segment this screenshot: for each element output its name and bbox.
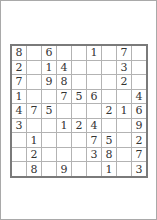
sudoku-cell-r7c8[interactable] <box>117 133 131 147</box>
sudoku-cell-r5c5[interactable] <box>72 104 86 118</box>
sudoku-cell-r5c8: 1 <box>117 104 131 118</box>
sudoku-cell-r9c6[interactable] <box>87 162 101 176</box>
sudoku-cell-r2c6[interactable] <box>87 61 101 75</box>
sudoku-cell-r5c2: 7 <box>27 104 41 118</box>
sudoku-cell-r1c6: 1 <box>87 46 101 60</box>
puzzle-page: 8617214379821756447521631249175223878913 <box>0 0 157 220</box>
sudoku-cell-r8c7: 8 <box>102 148 116 162</box>
sudoku-cell-r1c7[interactable] <box>102 46 116 60</box>
sudoku-cell-r7c9: 2 <box>132 133 146 147</box>
sudoku-cell-r9c4: 9 <box>57 162 71 176</box>
sudoku-cell-r5c1: 4 <box>12 104 26 118</box>
sudoku-cell-r7c7: 5 <box>102 133 116 147</box>
sudoku-cell-r7c1[interactable] <box>12 133 26 147</box>
sudoku-cell-r9c5[interactable] <box>72 162 86 176</box>
sudoku-cell-r6c6: 4 <box>87 119 101 133</box>
sudoku-cell-r7c5[interactable] <box>72 133 86 147</box>
sudoku-cell-r4c4: 7 <box>57 90 71 104</box>
sudoku-cell-r4c2[interactable] <box>27 90 41 104</box>
sudoku-cell-r2c3: 1 <box>42 61 56 75</box>
sudoku-cell-r4c6: 6 <box>87 90 101 104</box>
sudoku-cell-r7c2: 1 <box>27 133 41 147</box>
sudoku-cell-r7c6: 7 <box>87 133 101 147</box>
sudoku-cell-r1c4[interactable] <box>57 46 71 60</box>
sudoku-cell-r5c4[interactable] <box>57 104 71 118</box>
sudoku-cell-r4c7[interactable] <box>102 90 116 104</box>
sudoku-cell-r6c7[interactable] <box>102 119 116 133</box>
sudoku-cell-r3c8: 2 <box>117 75 131 89</box>
sudoku-cell-r8c4[interactable] <box>57 148 71 162</box>
sudoku-cell-r2c7[interactable] <box>102 61 116 75</box>
sudoku-cell-r4c8[interactable] <box>117 90 131 104</box>
sudoku-cell-r1c5[interactable] <box>72 46 86 60</box>
sudoku-cell-r2c1: 2 <box>12 61 26 75</box>
sudoku-cell-r3c4: 8 <box>57 75 71 89</box>
sudoku-cell-r2c8: 3 <box>117 61 131 75</box>
sudoku-cell-r2c2[interactable] <box>27 61 41 75</box>
sudoku-cell-r1c8: 7 <box>117 46 131 60</box>
sudoku-cell-r6c4: 1 <box>57 119 71 133</box>
sudoku-cell-r6c2[interactable] <box>27 119 41 133</box>
sudoku-cell-r5c9: 6 <box>132 104 146 118</box>
sudoku-cell-r9c7: 1 <box>102 162 116 176</box>
sudoku-cell-r9c1[interactable] <box>12 162 26 176</box>
sudoku-cell-r8c9: 7 <box>132 148 146 162</box>
sudoku-cell-r6c1: 3 <box>12 119 26 133</box>
sudoku-cell-r8c1[interactable] <box>12 148 26 162</box>
sudoku-cell-r2c5[interactable] <box>72 61 86 75</box>
sudoku-cell-r8c5[interactable] <box>72 148 86 162</box>
sudoku-cell-r8c8[interactable] <box>117 148 131 162</box>
sudoku-cell-r2c4: 4 <box>57 61 71 75</box>
sudoku-cell-r1c1: 8 <box>12 46 26 60</box>
sudoku-cell-r3c3: 9 <box>42 75 56 89</box>
sudoku-cell-r4c1: 1 <box>12 90 26 104</box>
sudoku-cell-r4c9: 4 <box>132 90 146 104</box>
sudoku-cell-r2c9[interactable] <box>132 61 146 75</box>
sudoku-cell-r5c6[interactable] <box>87 104 101 118</box>
sudoku-cell-r9c3[interactable] <box>42 162 56 176</box>
sudoku-cell-r6c5: 2 <box>72 119 86 133</box>
sudoku-cell-r5c3: 5 <box>42 104 56 118</box>
sudoku-cell-r1c2[interactable] <box>27 46 41 60</box>
sudoku-cell-r3c5[interactable] <box>72 75 86 89</box>
sudoku-cell-r9c8[interactable] <box>117 162 131 176</box>
sudoku-cell-r3c7[interactable] <box>102 75 116 89</box>
sudoku-cell-r6c3[interactable] <box>42 119 56 133</box>
sudoku-cell-r1c3: 6 <box>42 46 56 60</box>
sudoku-cell-r8c6: 3 <box>87 148 101 162</box>
sudoku-cell-r1c9[interactable] <box>132 46 146 60</box>
sudoku-cell-r7c4[interactable] <box>57 133 71 147</box>
sudoku-cell-r4c3[interactable] <box>42 90 56 104</box>
sudoku-cell-r8c3[interactable] <box>42 148 56 162</box>
sudoku-board: 8617214379821756447521631249175223878913 <box>10 44 148 178</box>
sudoku-cell-r6c8[interactable] <box>117 119 131 133</box>
sudoku-cell-r3c9[interactable] <box>132 75 146 89</box>
sudoku-cell-r9c2: 8 <box>27 162 41 176</box>
sudoku-cell-r3c2[interactable] <box>27 75 41 89</box>
sudoku-cell-r4c5: 5 <box>72 90 86 104</box>
sudoku-cell-r3c6[interactable] <box>87 75 101 89</box>
sudoku-cell-r9c9: 3 <box>132 162 146 176</box>
sudoku-cell-r7c3[interactable] <box>42 133 56 147</box>
sudoku-cell-r3c1: 7 <box>12 75 26 89</box>
sudoku-cell-r6c9: 9 <box>132 119 146 133</box>
sudoku-cell-r5c7: 2 <box>102 104 116 118</box>
sudoku-cell-r8c2: 2 <box>27 148 41 162</box>
